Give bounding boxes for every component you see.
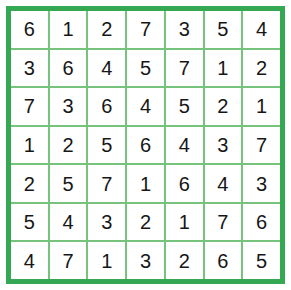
- grid-cell[interactable]: 4: [205, 165, 242, 202]
- grid-cell[interactable]: 5: [127, 50, 164, 87]
- grid-cell[interactable]: 7: [243, 127, 280, 164]
- grid-cell[interactable]: 4: [88, 50, 125, 87]
- grid-cell[interactable]: 5: [205, 11, 242, 48]
- grid-cell[interactable]: 3: [166, 11, 203, 48]
- grid-cell[interactable]: 4: [127, 88, 164, 125]
- grid-cell[interactable]: 3: [88, 204, 125, 241]
- grid-cell[interactable]: 1: [243, 88, 280, 125]
- grid-cell[interactable]: 6: [205, 242, 242, 279]
- grid-cell[interactable]: 4: [50, 204, 87, 241]
- grid-cell[interactable]: 5: [166, 88, 203, 125]
- grid-cell[interactable]: 3: [11, 50, 48, 87]
- grid-cell[interactable]: 4: [243, 11, 280, 48]
- grid-cell[interactable]: 6: [127, 127, 164, 164]
- grid-cell[interactable]: 5: [88, 127, 125, 164]
- puzzle-page: 6127354364571273645211256437257164354321…: [0, 0, 291, 290]
- grid-cell[interactable]: 1: [205, 50, 242, 87]
- grid-cell[interactable]: 3: [127, 242, 164, 279]
- grid-cell[interactable]: 1: [50, 11, 87, 48]
- grid-cell[interactable]: 1: [88, 242, 125, 279]
- grid-cell[interactable]: 3: [50, 88, 87, 125]
- grid-cell[interactable]: 2: [205, 88, 242, 125]
- puzzle-board: 6127354364571273645211256437257164354321…: [6, 6, 285, 284]
- grid-cell[interactable]: 3: [205, 127, 242, 164]
- grid-cell[interactable]: 1: [127, 165, 164, 202]
- grid-cell[interactable]: 7: [166, 50, 203, 87]
- grid-cell[interactable]: 6: [50, 50, 87, 87]
- grid-cell[interactable]: 7: [88, 165, 125, 202]
- grid-cell[interactable]: 7: [50, 242, 87, 279]
- grid-cell[interactable]: 2: [243, 50, 280, 87]
- grid-cell[interactable]: 6: [88, 88, 125, 125]
- grid-cell[interactable]: 4: [11, 242, 48, 279]
- grid-cell[interactable]: 2: [166, 242, 203, 279]
- grid-cell[interactable]: 1: [11, 127, 48, 164]
- grid-cell[interactable]: 2: [50, 127, 87, 164]
- grid-cell[interactable]: 7: [127, 11, 164, 48]
- grid-cell[interactable]: 7: [11, 88, 48, 125]
- grid-cell[interactable]: 1: [166, 204, 203, 241]
- grid-cell[interactable]: 2: [11, 165, 48, 202]
- grid-cell[interactable]: 2: [88, 11, 125, 48]
- grid-cell[interactable]: 5: [11, 204, 48, 241]
- grid-cell[interactable]: 5: [243, 242, 280, 279]
- grid-cell[interactable]: 4: [166, 127, 203, 164]
- grid-cell[interactable]: 3: [243, 165, 280, 202]
- grid-cell[interactable]: 2: [127, 204, 164, 241]
- grid-cell[interactable]: 6: [166, 165, 203, 202]
- grid-cell[interactable]: 7: [205, 204, 242, 241]
- grid-cell[interactable]: 5: [50, 165, 87, 202]
- grid-cell[interactable]: 6: [243, 204, 280, 241]
- grid-cell[interactable]: 6: [11, 11, 48, 48]
